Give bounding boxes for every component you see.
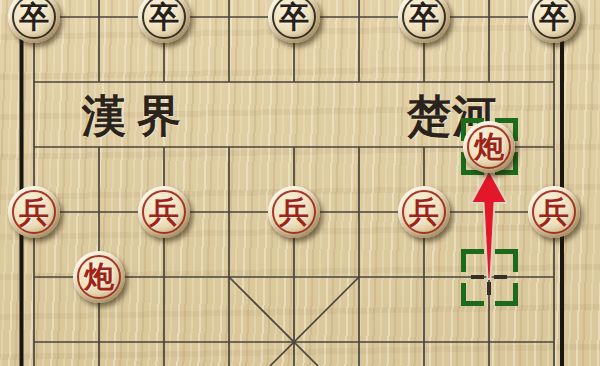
piece-character: 兵: [8, 186, 60, 238]
piece-character: 卒: [268, 0, 320, 43]
piece-character: 炮: [73, 251, 125, 303]
move-arrow-icon: [471, 170, 507, 279]
piece-character: 卒: [528, 0, 580, 43]
piece-red-炮[interactable]: 炮: [463, 121, 515, 173]
piece-character: 炮: [463, 121, 515, 173]
piece-black-卒[interactable]: 卒: [398, 0, 450, 43]
piece-black-卒[interactable]: 卒: [528, 0, 580, 43]
xiangqi-board[interactable]: 漢界 楚河 卒卒卒卒卒兵兵兵兵炮兵炮: [0, 0, 600, 366]
piece-black-卒[interactable]: 卒: [8, 0, 60, 43]
piece-character: 兵: [398, 186, 450, 238]
piece-character: 兵: [268, 186, 320, 238]
piece-red-兵[interactable]: 兵: [528, 186, 580, 238]
piece-character: 兵: [528, 186, 580, 238]
piece-character: 卒: [138, 0, 190, 43]
piece-character: 卒: [8, 0, 60, 43]
piece-red-兵[interactable]: 兵: [8, 186, 60, 238]
piece-red-兵[interactable]: 兵: [138, 186, 190, 238]
piece-character: 兵: [138, 186, 190, 238]
piece-red-兵[interactable]: 兵: [398, 186, 450, 238]
piece-red-兵[interactable]: 兵: [268, 186, 320, 238]
piece-character: 卒: [398, 0, 450, 43]
piece-black-卒[interactable]: 卒: [138, 0, 190, 43]
piece-black-卒[interactable]: 卒: [268, 0, 320, 43]
piece-red-炮[interactable]: 炮: [73, 251, 125, 303]
move-overlay: [0, 0, 600, 366]
